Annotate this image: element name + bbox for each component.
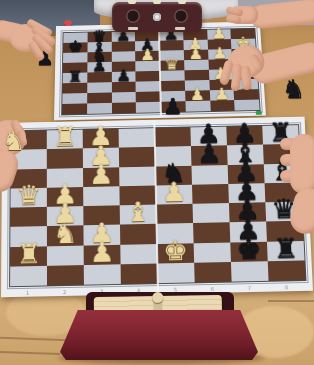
square <box>62 93 87 104</box>
square <box>184 70 209 81</box>
square: ♟ <box>156 184 193 204</box>
square <box>119 166 156 186</box>
coordinate-label: 8 <box>268 285 305 291</box>
piece-box-front <box>60 310 258 360</box>
square <box>136 91 161 102</box>
square <box>87 82 111 93</box>
square <box>119 147 155 167</box>
clock-button <box>178 0 186 4</box>
square <box>194 262 231 283</box>
white-pawn: ♟ <box>161 179 186 206</box>
hand-left-middle: ♞ <box>0 104 42 199</box>
square: ♟ <box>191 146 228 166</box>
white-pawn: ♟ <box>89 162 114 189</box>
coordinate-label: 1 <box>9 290 46 296</box>
square <box>192 184 229 204</box>
square: ♝ <box>120 205 157 225</box>
black-pawn: ♟ <box>197 140 222 167</box>
square <box>62 103 87 114</box>
square: ♟ <box>185 90 210 101</box>
plank-seam <box>268 300 314 302</box>
square <box>47 265 84 286</box>
square <box>136 71 161 82</box>
square <box>136 81 161 92</box>
square <box>119 128 155 148</box>
square: ♟ <box>84 244 121 264</box>
coordinate-label: 2 <box>46 290 83 296</box>
square: ♞ <box>47 226 84 246</box>
square <box>120 244 157 264</box>
white-pawn: ♟ <box>89 239 114 267</box>
clock-dial-left <box>126 9 140 23</box>
plank-seam <box>0 351 60 355</box>
square: ♛ <box>160 60 184 71</box>
forearm <box>288 185 314 236</box>
white-knight: ♞ <box>53 220 78 248</box>
white-pawn: ♟ <box>188 46 203 62</box>
black-pawn: ♟ <box>116 68 131 84</box>
green-sticker <box>256 111 262 115</box>
square <box>160 81 185 92</box>
bughouse-chess-photo: ♛♟♟♟♚♝♟♟♚♞♟♟♟♟♛♝♜♟♟♜♟♟ ♜♟♟♟♜♟♟♝♟♞♟♝♛♟♟♟♟… <box>0 0 314 365</box>
black-pawn-between-boards: ♟ <box>163 96 183 118</box>
coordinate-label: 7 <box>231 286 268 292</box>
hand-right-middle <box>282 130 314 238</box>
black-king: ♚ <box>236 236 262 264</box>
square <box>193 222 230 242</box>
plank-seam <box>0 337 68 341</box>
square: ♟ <box>111 71 135 82</box>
palm <box>290 134 314 194</box>
white-pawn: ♟ <box>189 87 205 103</box>
white-rook: ♜ <box>53 124 78 151</box>
near-chess-board: ♜♟♟♟♜♟♟♝♟♞♟♝♛♟♟♟♟♝♟♛♞♟♟♜♟♚♚♜ 12345678 <box>1 117 313 298</box>
arm-upper-right <box>230 0 314 40</box>
clock-center-badge <box>153 13 161 21</box>
chess-clock <box>112 2 202 32</box>
clock-button <box>153 0 161 4</box>
white-pawn: ♟ <box>140 47 155 63</box>
white-queen: ♛ <box>164 57 179 73</box>
square <box>194 242 231 262</box>
square <box>111 51 135 62</box>
square: ♜ <box>267 241 305 261</box>
clock-label <box>128 27 138 30</box>
clock-label <box>175 27 185 30</box>
square: ♟ <box>83 167 119 187</box>
square: ♜ <box>47 130 83 150</box>
square <box>111 102 136 113</box>
square <box>87 92 112 103</box>
square: ♟ <box>87 62 111 73</box>
square <box>121 263 158 284</box>
square <box>136 102 161 113</box>
square: ♚ <box>157 243 194 263</box>
clock-button <box>128 0 136 4</box>
square <box>111 92 136 103</box>
black-rook: ♜ <box>273 235 299 263</box>
square <box>87 103 112 114</box>
square: ♟ <box>184 50 208 61</box>
white-king: ♚ <box>163 237 189 265</box>
white-knight-held: ♞ <box>2 128 25 154</box>
square: ♟ <box>111 31 135 41</box>
clock-dial-right <box>174 9 188 23</box>
black-pawn: ♟ <box>92 58 107 74</box>
arm-reaching-right <box>216 36 314 108</box>
forearm <box>249 0 314 30</box>
hand-upper-left <box>0 16 78 80</box>
square <box>154 127 190 147</box>
white-rook: ♜ <box>16 240 41 268</box>
white-bishop: ♝ <box>125 199 150 226</box>
square: ♜ <box>10 246 47 266</box>
square <box>193 203 230 223</box>
square: ♟ <box>135 51 159 62</box>
square: ♚ <box>230 241 267 261</box>
